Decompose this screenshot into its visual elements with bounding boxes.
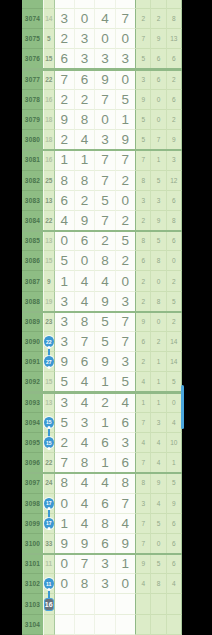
- digit-cell-label: 4: [81, 395, 89, 410]
- digit-cell-label: 9: [122, 536, 130, 551]
- stat-cell: [167, 615, 182, 635]
- stat-cell: 5: [151, 554, 166, 574]
- draw-id-cell: 3075: [22, 29, 43, 49]
- draw-id-cell-label: 3080: [25, 136, 40, 143]
- draw-row: 3088193493285: [22, 292, 182, 312]
- digit-sum-cell: 22: [44, 211, 55, 231]
- draw-row: 3081161177713: [22, 150, 182, 170]
- stat-cell-label: 9: [172, 136, 176, 143]
- digit-cell-label: 3: [122, 294, 130, 309]
- stat-cell: 3: [136, 191, 151, 211]
- digit-cell: 5: [116, 90, 136, 110]
- digit-cell: [55, 615, 75, 635]
- draw-row: 3097248448895: [22, 473, 182, 493]
- digit-cell-label: 7: [122, 314, 130, 329]
- digit-cell: 0: [95, 110, 115, 130]
- digit-cell: 2: [55, 130, 75, 150]
- draw-row: 3074143047228: [22, 9, 182, 29]
- stat-cell-label: 6: [172, 237, 176, 244]
- stat-cell: 1: [151, 352, 166, 372]
- stat-cell: 6: [167, 49, 182, 69]
- sum-pin-marker[interactable]: 22: [44, 336, 54, 347]
- digit-cell: 8: [55, 171, 75, 191]
- digit-cell-label: 0: [122, 274, 130, 289]
- stat-cell: 2: [136, 352, 151, 372]
- draw-row: 3092155415415: [22, 372, 182, 392]
- digit-cell: 3: [55, 292, 75, 312]
- digit-cell-label: 2: [122, 173, 130, 188]
- stat-cell-label: 6: [172, 560, 176, 567]
- digit-cell: 9: [55, 352, 75, 372]
- digit-cell: 2: [116, 211, 136, 231]
- draw-id-cell-label: 3090: [25, 338, 40, 345]
- draw-id-cell: 3100: [22, 534, 43, 554]
- digit-cell: 3: [116, 49, 136, 69]
- digit-cell-label: 5: [60, 415, 68, 430]
- digit-cell-label: 3: [60, 314, 68, 329]
- sum-pin-marker[interactable]: 17: [44, 518, 54, 529]
- digit-cell-label: 2: [60, 132, 68, 147]
- digit-sum-label: 9: [47, 278, 51, 285]
- digit-cell: 5: [55, 251, 75, 271]
- stat-cell: 5: [136, 110, 151, 130]
- digit-cell-label: 8: [81, 455, 89, 470]
- stat-cell: 6: [167, 514, 182, 534]
- digit-cell: 8: [75, 453, 95, 473]
- digit-cell: 7: [55, 0, 75, 9]
- digit-sum-label: 23: [45, 318, 52, 325]
- next-sum-selected-badge[interactable]: 16: [44, 598, 54, 611]
- draw-id-cell-label: 3076: [25, 55, 40, 62]
- digit-cell: 1: [55, 150, 75, 170]
- digit-cell: 6: [75, 352, 95, 372]
- digit-cell-label: 8: [81, 112, 89, 127]
- stat-cell: 14: [167, 332, 182, 352]
- digit-sum-cell: 22: [44, 453, 55, 473]
- stat-cell: 13: [167, 29, 182, 49]
- stat-cell: 2: [136, 211, 151, 231]
- stat-cell-label: 5: [157, 237, 161, 244]
- stat-cell-label: 10: [170, 439, 177, 446]
- stat-cell: 9: [167, 494, 182, 514]
- digit-cell: 7: [116, 494, 136, 514]
- digit-cell: 3: [95, 130, 115, 150]
- stat-cell-label: 3: [141, 500, 145, 507]
- stat-cell: 0: [151, 312, 166, 332]
- digit-cell: 4: [75, 494, 95, 514]
- draw-id-cell-label: 3095: [25, 439, 40, 446]
- digit-sum-cell: 5: [44, 29, 55, 49]
- stat-cell-label: 6: [172, 520, 176, 527]
- stat-cell: 9: [151, 29, 166, 49]
- draw-id-cell: 3077: [22, 70, 43, 90]
- digit-sum-label: 13: [45, 399, 52, 406]
- digit-cell-label: 3: [101, 51, 109, 66]
- stat-cell-label: 6: [172, 540, 176, 547]
- digit-cell: 3: [75, 413, 95, 433]
- draw-id-cell-label: 3087: [25, 278, 40, 285]
- stat-cell-label: 2: [141, 358, 145, 365]
- stat-cell-label: 6: [172, 96, 176, 103]
- digit-cell: 8: [95, 251, 115, 271]
- digit-cell-label: 5: [101, 314, 109, 329]
- digit-cell-label: 0: [101, 31, 109, 46]
- digit-sum-cell: 15: [44, 251, 55, 271]
- stat-cell: [136, 594, 151, 614]
- stat-cell-label: 0: [172, 257, 176, 264]
- digit-cell-label: 7: [101, 213, 109, 228]
- digit-sum-label: 22: [45, 217, 52, 224]
- stat-cell: 0: [167, 393, 182, 413]
- digit-cell-label: 0: [122, 193, 130, 208]
- draw-id-cell-label: 3091: [25, 358, 40, 365]
- digit-cell-label: 8: [60, 475, 68, 490]
- digit-sum-cell: [44, 0, 55, 9]
- digit-cell-label: 0: [60, 556, 68, 571]
- stat-cell-label: 14: [170, 338, 177, 345]
- digit-cell: 6: [75, 231, 95, 251]
- digit-cell-label: 4: [60, 213, 68, 228]
- digit-cell-label: 8: [122, 475, 130, 490]
- stat-cell: 4: [136, 372, 151, 392]
- digit-cell: 7: [75, 332, 95, 352]
- stat-cell-label: 2: [172, 278, 176, 285]
- stat-cell-label: 13: [170, 35, 177, 42]
- digit-cell-label: 8: [101, 516, 109, 531]
- digit-cell: 8: [75, 0, 95, 9]
- stat-cell-label: 8: [141, 237, 145, 244]
- digit-cell: 7: [116, 332, 136, 352]
- digit-sum-cell: 16: [44, 90, 55, 110]
- stat-cell: 6: [167, 90, 182, 110]
- digit-cell-label: 3: [122, 435, 130, 450]
- stat-cell: 8: [167, 211, 182, 231]
- draw-id-cell-label: 3086: [25, 257, 40, 264]
- draw-id-cell-label: 3094: [25, 419, 40, 426]
- digit-cell: 4: [75, 130, 95, 150]
- stat-cell: 7: [136, 453, 151, 473]
- sum-pin-marker[interactable]: 27: [44, 356, 54, 367]
- digit-cell: 4: [55, 211, 75, 231]
- draw-row: 3077227690362: [22, 70, 182, 90]
- draw-id-cell-label: 3104: [25, 621, 40, 628]
- digit-cell: [95, 594, 115, 614]
- digit-cell: 9: [75, 211, 95, 231]
- stat-cell-label: 3: [157, 197, 161, 204]
- digit-cell-label: 0: [101, 112, 109, 127]
- stat-cell: 0: [151, 90, 166, 110]
- digit-cell: 8: [116, 473, 136, 493]
- stat-cell-label: 7: [141, 419, 145, 426]
- stat-cell-label: 8: [157, 298, 161, 305]
- draw-row: 308791440202: [22, 271, 182, 291]
- digit-cell: 4: [75, 271, 95, 291]
- digit-cell: 4: [95, 9, 115, 29]
- digit-cell-label: 8: [81, 173, 89, 188]
- digit-cell-label: 3: [101, 132, 109, 147]
- draw-id-cell: 3093: [22, 393, 43, 413]
- digit-cell-label: 4: [122, 395, 130, 410]
- draw-id-cell-label: 3089: [25, 318, 40, 325]
- digit-cell: 1: [95, 453, 115, 473]
- scrollbar-thumb[interactable]: [181, 385, 184, 429]
- digit-cell-label: 7: [122, 152, 130, 167]
- digit-cell-label: 4: [101, 475, 109, 490]
- digit-cell-label: 4: [81, 374, 89, 389]
- draw-row: 3098170467349: [22, 494, 182, 514]
- draw-id-cell-label: 3097: [25, 479, 40, 486]
- stat-cell: 4: [151, 453, 166, 473]
- draw-row: 3075523007913: [22, 29, 182, 49]
- draw-id-cell: 3082: [22, 171, 43, 191]
- digit-cell: 9: [95, 70, 115, 90]
- digit-cell-label: 4: [101, 274, 109, 289]
- digit-cell-label: 2: [60, 92, 68, 107]
- draw-id-cell: 3076: [22, 49, 43, 69]
- stat-cell: 7: [136, 514, 151, 534]
- digit-cell: 5: [55, 413, 75, 433]
- digit-cell: 4: [116, 514, 136, 534]
- stat-cell-label: 7: [141, 35, 145, 42]
- digit-cell: 2: [116, 251, 136, 271]
- draw-id-cell-label: 3083: [25, 197, 40, 204]
- sum-pin-marker[interactable]: 17: [44, 498, 54, 509]
- digit-cell-label: 5: [60, 374, 68, 389]
- digit-cell: 3: [116, 433, 136, 453]
- digit-cell: 3: [55, 312, 75, 332]
- digit-cell-label: 6: [101, 536, 109, 551]
- digit-cell-label: 5: [122, 92, 130, 107]
- draw-id-cell-label: 3092: [25, 378, 40, 385]
- digit-cell: 9: [116, 534, 136, 554]
- stat-cell-label: 4: [172, 419, 176, 426]
- digit-cell-label: 8: [81, 576, 89, 591]
- draw-row: 30912796932114: [22, 352, 182, 372]
- digit-cell: 4: [95, 473, 115, 493]
- digit-cell: 7: [55, 70, 75, 90]
- draw-id-cell: 3087: [22, 271, 43, 291]
- stat-cell-label: 7: [141, 520, 145, 527]
- digit-cell: 0: [116, 574, 136, 594]
- stat-cell-label: 12: [170, 177, 177, 184]
- digit-cell-label: 2: [60, 31, 68, 46]
- stat-cell-label: 2: [141, 217, 145, 224]
- stat-cell: 3: [136, 494, 151, 514]
- sum-pin-marker[interactable]: 15: [44, 417, 54, 428]
- stat-cell-label: 2: [157, 15, 161, 22]
- digit-cell-label: 5: [101, 334, 109, 349]
- draw-id-cell: 3092: [22, 372, 43, 392]
- draw-row: 3083136250336: [22, 191, 182, 211]
- draw-id-cell: 3090: [22, 332, 43, 352]
- draw-row: 3076156333566: [22, 49, 182, 69]
- stat-cell-label: 1: [157, 378, 161, 385]
- digit-cell-label: 2: [60, 435, 68, 450]
- digit-cell: 7: [95, 211, 115, 231]
- stat-cell: 8: [136, 171, 151, 191]
- digit-cell-label: 4: [81, 475, 89, 490]
- digit-sum-cell: 22: [44, 70, 55, 90]
- stat-cell: 1: [151, 372, 166, 392]
- digit-cell: 5: [116, 372, 136, 392]
- digit-cell-label: 6: [60, 51, 68, 66]
- digit-cell: 7: [95, 90, 115, 110]
- digit-cell-label: 5: [122, 374, 130, 389]
- draw-id-cell: 3096: [22, 453, 43, 473]
- digit-cell: 3: [116, 352, 136, 372]
- digit-cell-label: 0: [81, 11, 89, 26]
- stat-cell-label: 5: [157, 560, 161, 567]
- digit-cell: 7: [95, 150, 115, 170]
- stat-cell: 4: [151, 433, 166, 453]
- digit-cell: 0: [55, 554, 75, 574]
- digit-cell: 1: [95, 0, 115, 9]
- digit-cell: 1: [55, 514, 75, 534]
- draw-row: 3093133424110: [22, 393, 182, 413]
- digit-cell: 2: [55, 29, 75, 49]
- digit-cell-label: 2: [81, 92, 89, 107]
- digit-cell-label: 3: [101, 576, 109, 591]
- digit-sum-label: 16: [45, 96, 52, 103]
- stat-cell-label: 1: [157, 358, 161, 365]
- digit-cell-label: 9: [101, 72, 109, 87]
- digit-cell: 9: [55, 534, 75, 554]
- digit-cell: 3: [55, 9, 75, 29]
- draw-row: 3096227816741: [22, 453, 182, 473]
- stat-cell: 9: [167, 130, 182, 150]
- digit-cell: 4: [75, 292, 95, 312]
- digit-cell-label: 7: [101, 173, 109, 188]
- stat-cell: 1: [167, 453, 182, 473]
- digit-cell-label: 1: [101, 415, 109, 430]
- digit-cell-label: 9: [60, 112, 68, 127]
- digit-cell-label: 8: [60, 173, 68, 188]
- stat-cell: 5: [167, 372, 182, 392]
- stat-cell: 0: [167, 251, 182, 271]
- digit-cell-label: 1: [101, 455, 109, 470]
- digit-cell-label: 4: [81, 132, 89, 147]
- stat-cell-label: 0: [157, 116, 161, 123]
- stat-cell: 9: [151, 473, 166, 493]
- stat-cell-label: 6: [172, 55, 176, 62]
- digit-cell: 4: [75, 433, 95, 453]
- draw-id-cell: 3081: [22, 150, 43, 170]
- digit-cell: 6: [95, 433, 115, 453]
- digit-cell: 4: [75, 372, 95, 392]
- digit-cell: 6: [95, 534, 115, 554]
- digit-cell: 8: [75, 171, 95, 191]
- stat-cell-label: 5: [172, 378, 176, 385]
- digit-cell: 1: [75, 150, 95, 170]
- digit-cell: 1: [116, 554, 136, 574]
- digit-cell: 8: [75, 574, 95, 594]
- digit-sum-label: 11: [45, 560, 52, 567]
- draw-id-cell-label: 3102: [25, 580, 40, 587]
- stat-cell: 4: [151, 494, 166, 514]
- stat-cell: 6: [167, 191, 182, 211]
- digit-cell: 1: [116, 0, 136, 9]
- stat-cell: 3: [136, 70, 151, 90]
- stat-cell-label: 8: [172, 15, 176, 22]
- digit-cell-label: 9: [60, 536, 68, 551]
- digit-cell: [116, 615, 136, 635]
- sum-pin-marker[interactable]: 11: [44, 578, 54, 589]
- digit-cell: 9: [95, 352, 115, 372]
- digit-sum-label: 24: [45, 479, 52, 486]
- stat-cell-label: 2: [172, 116, 176, 123]
- stat-cell: 2: [136, 271, 151, 291]
- digit-cell: 3: [75, 29, 95, 49]
- sum-pin-marker[interactable]: 15: [44, 437, 54, 448]
- draw-row: 3086155082680: [22, 251, 182, 271]
- digit-cell-label: 3: [101, 556, 109, 571]
- stat-cell-label: 8: [172, 217, 176, 224]
- stat-cell: 2: [136, 292, 151, 312]
- digit-cell: 3: [116, 292, 136, 312]
- stat-cell-label: 9: [141, 560, 145, 567]
- digit-cell-label: 6: [101, 496, 109, 511]
- digit-cell-label: 9: [122, 132, 130, 147]
- digit-sum-cell: 25: [44, 171, 55, 191]
- stat-cell: 5: [151, 171, 166, 191]
- draw-id-cell-label: 3101: [25, 560, 40, 567]
- digit-sum-label: 14: [45, 15, 52, 22]
- digit-cell-label: 2: [81, 193, 89, 208]
- draw-row: 3084224972298: [22, 211, 182, 231]
- digit-cell-label: 3: [122, 51, 130, 66]
- digit-cell: 0: [55, 574, 75, 594]
- digit-cell: 2: [75, 90, 95, 110]
- draw-id-cell: 3073: [22, 0, 43, 9]
- draw-id-cell: 3079: [22, 110, 43, 130]
- stat-cell: [136, 0, 151, 9]
- digit-cell: 6: [55, 49, 75, 69]
- digit-cell: 7: [116, 312, 136, 332]
- digit-sum-label: 18: [45, 116, 52, 123]
- digit-cell-label: 1: [101, 374, 109, 389]
- stat-cell-label: 4: [141, 439, 145, 446]
- digit-cell-label: 3: [60, 395, 68, 410]
- draw-id-cell: 3089: [22, 312, 43, 332]
- digit-cell-label: 0: [81, 253, 89, 268]
- draw-id-cell-label: 3098: [25, 500, 40, 507]
- stat-cell: 9: [151, 211, 166, 231]
- digit-sum-label: 15: [45, 257, 52, 264]
- stat-cell-label: 7: [141, 459, 145, 466]
- digit-sum-cell: 13: [44, 191, 55, 211]
- stat-cell-label: 4: [141, 580, 145, 587]
- stat-cell-label: 9: [172, 500, 176, 507]
- stat-cell: 1: [151, 393, 166, 413]
- digit-cell-label: 4: [122, 516, 130, 531]
- digit-sum-cell: 15: [44, 49, 55, 69]
- stat-cell-label: 3: [157, 419, 161, 426]
- digit-cell-label: 4: [101, 11, 109, 26]
- draw-row: 3079189801502: [22, 110, 182, 130]
- draw-id-cell-label: 3096: [25, 459, 40, 466]
- stat-cell: 8: [136, 473, 151, 493]
- digit-sum-cell: 13: [44, 231, 55, 251]
- digit-cell: 0: [75, 251, 95, 271]
- digit-sum-cell: 24: [44, 473, 55, 493]
- stat-cell-label: 3: [141, 76, 145, 83]
- stat-cell: 9: [136, 554, 151, 574]
- digit-cell: 7: [116, 9, 136, 29]
- stat-cell: 5: [167, 292, 182, 312]
- draw-row: 30737811: [22, 0, 182, 9]
- draw-row: 3089233857902: [22, 312, 182, 332]
- stat-cell: 2: [167, 70, 182, 90]
